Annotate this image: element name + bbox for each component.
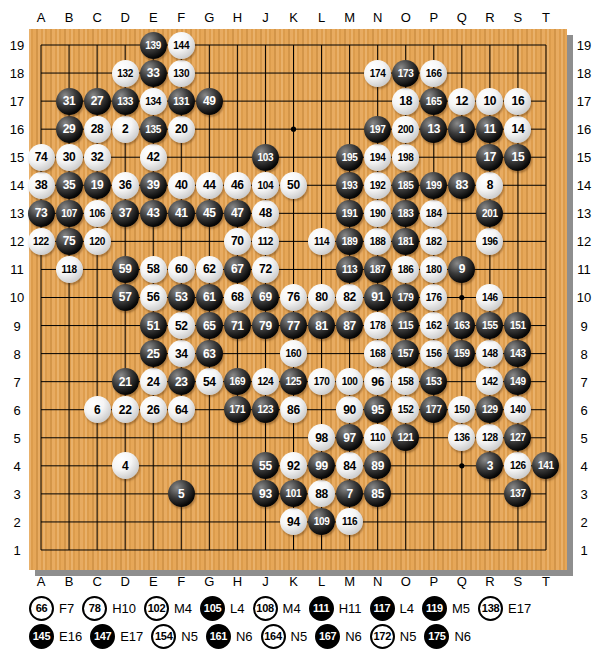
column-label-C: C <box>92 574 101 589</box>
column-label-O: O <box>401 10 411 25</box>
stone-black-13-P16: 13 <box>420 116 447 143</box>
column-label-T: T <box>542 574 550 589</box>
caption-point: E17 <box>508 601 531 616</box>
stone-black-201-R13: 201 <box>476 200 503 227</box>
stone-black-135-E16: 135 <box>140 116 167 143</box>
stone-black-37-D13: 37 <box>112 200 139 227</box>
caption-stone-white-78: 78 <box>82 596 107 621</box>
column-label-A: A <box>37 10 46 25</box>
caption-entry-154: 154N5 <box>151 624 198 649</box>
stone-white-16-S17: 16 <box>504 88 531 115</box>
stone-white-112-J12: 112 <box>252 228 279 255</box>
row-label-14: 14 <box>577 178 591 193</box>
stone-white-166-P18: 166 <box>420 60 447 87</box>
caption-stone-black-147: 147 <box>90 624 115 649</box>
stone-white-106-C13: 106 <box>84 200 111 227</box>
caption-row-1: 66F778H10102M4105L4108M4111H11117L4119M5… <box>29 594 581 622</box>
stone-white-192-N14: 192 <box>364 172 391 199</box>
column-label-P: P <box>429 574 438 589</box>
row-label-17: 17 <box>10 94 24 109</box>
stone-black-139-E19: 139 <box>140 32 167 59</box>
stone-black-1-Q16: 1 <box>448 116 475 143</box>
stone-black-47-H13: 47 <box>224 200 251 227</box>
stone-white-12-Q17: 12 <box>448 88 475 115</box>
column-label-N: N <box>373 10 382 25</box>
stone-black-123-J6: 123 <box>252 396 279 423</box>
row-label-10: 10 <box>577 290 591 305</box>
stone-white-46-H14: 46 <box>224 172 251 199</box>
stone-white-182-P12: 182 <box>420 228 447 255</box>
caption-entry-78: 78H10 <box>82 596 136 621</box>
caption-stone-white-108: 108 <box>253 596 278 621</box>
caption-point: M4 <box>283 601 301 616</box>
caption-entry-161: 161N6 <box>206 624 253 649</box>
caption-entry-167: 167N6 <box>315 624 362 649</box>
stone-black-77-K9: 77 <box>280 312 307 339</box>
stone-black-17-R15: 17 <box>476 144 503 171</box>
stone-white-22-D6: 22 <box>112 396 139 423</box>
row-label-19: 19 <box>10 38 24 53</box>
stone-white-2-D16: 2 <box>112 116 139 143</box>
caption-point: N6 <box>454 629 471 644</box>
caption-stone-black-145: 145 <box>29 624 54 649</box>
stone-white-122-A12: 122 <box>28 228 55 255</box>
stone-white-198-O15: 198 <box>392 144 419 171</box>
column-label-F: F <box>177 10 185 25</box>
stone-black-27-C17: 27 <box>84 88 111 115</box>
stone-black-59-D11: 59 <box>112 256 139 283</box>
stone-black-63-G8: 63 <box>196 340 223 367</box>
stone-black-75-B12: 75 <box>56 228 83 255</box>
row-label-8: 8 <box>13 346 20 361</box>
stone-black-199-P14: 199 <box>420 172 447 199</box>
stone-black-53-F10: 53 <box>168 284 195 311</box>
row-label-1: 1 <box>580 542 587 557</box>
stone-white-8-R14: 8 <box>476 172 503 199</box>
stone-white-70-H12: 70 <box>224 228 251 255</box>
stone-black-5-F3: 5 <box>168 480 195 507</box>
stone-white-130-F18: 130 <box>168 60 195 87</box>
stone-white-144-F19: 144 <box>168 32 195 59</box>
row-label-4: 4 <box>13 458 20 473</box>
row-label-19: 19 <box>577 38 591 53</box>
stone-black-107-B13: 107 <box>56 200 83 227</box>
row-label-15: 15 <box>577 150 591 165</box>
column-label-L: L <box>318 10 325 25</box>
stone-black-51-E9: 51 <box>140 312 167 339</box>
stone-white-190-N13: 190 <box>364 200 391 227</box>
caption-point: N5 <box>400 629 417 644</box>
stone-black-81-L9: 81 <box>308 312 335 339</box>
caption-point: N6 <box>345 629 362 644</box>
column-label-R: R <box>485 10 494 25</box>
column-label-J: J <box>262 10 269 25</box>
stone-black-49-G17: 49 <box>196 88 223 115</box>
stone-black-45-G13: 45 <box>196 200 223 227</box>
column-label-E: E <box>149 574 158 589</box>
row-label-13: 13 <box>10 206 24 221</box>
row-label-2: 2 <box>13 514 20 529</box>
caption-stone-black-111: 111 <box>309 596 334 621</box>
stone-white-132-D18: 132 <box>112 60 139 87</box>
stone-black-113-M11: 113 <box>336 256 363 283</box>
caption-stone-white-164: 164 <box>261 624 286 649</box>
row-label-9: 9 <box>13 318 20 333</box>
stone-white-114-L12: 114 <box>308 228 335 255</box>
column-label-C: C <box>92 10 101 25</box>
row-label-13: 13 <box>577 206 591 221</box>
stone-white-52-F9: 52 <box>168 312 195 339</box>
caption-stone-white-66: 66 <box>29 596 54 621</box>
column-label-H: H <box>233 10 242 25</box>
caption-stone-black-119: 119 <box>422 596 447 621</box>
stone-black-125-K7: 125 <box>280 368 307 395</box>
caption-entry-147: 147E17 <box>90 624 143 649</box>
star-point-K16 <box>291 127 296 132</box>
stone-black-71-H9: 71 <box>224 312 251 339</box>
stone-black-183-O13: 183 <box>392 200 419 227</box>
stone-white-170-L7: 170 <box>308 368 335 395</box>
caption-entry-105: 105L4 <box>200 596 244 621</box>
stone-black-39-E14: 39 <box>140 172 167 199</box>
stone-black-31-B17: 31 <box>56 88 83 115</box>
stone-black-171-H6: 171 <box>224 396 251 423</box>
row-label-5: 5 <box>580 430 587 445</box>
goban[interactable]: 1234567891011121314151617181920212223242… <box>29 29 567 570</box>
stone-white-14-S16: 14 <box>504 116 531 143</box>
row-label-1: 1 <box>13 542 20 557</box>
caption-entry-172: 172N5 <box>370 624 417 649</box>
stone-white-60-F11: 60 <box>168 256 195 283</box>
stone-white-10-R17: 10 <box>476 88 503 115</box>
row-label-7: 7 <box>580 374 587 389</box>
stone-white-24-E7: 24 <box>140 368 167 395</box>
row-label-3: 3 <box>13 486 20 501</box>
column-label-S: S <box>514 574 523 589</box>
row-label-6: 6 <box>580 402 587 417</box>
column-label-Q: Q <box>457 10 467 25</box>
column-label-T: T <box>542 10 550 25</box>
row-label-18: 18 <box>10 66 24 81</box>
caption-stone-white-172: 172 <box>370 624 395 649</box>
row-label-7: 7 <box>13 374 20 389</box>
stone-white-80-L10: 80 <box>308 284 335 311</box>
stone-white-42-E15: 42 <box>140 144 167 171</box>
caption-point: M4 <box>174 601 192 616</box>
stone-white-86-K6: 86 <box>280 396 307 423</box>
column-label-D: D <box>120 10 129 25</box>
column-label-B: B <box>65 574 74 589</box>
stone-white-178-N9: 178 <box>364 312 391 339</box>
stone-black-87-M9: 87 <box>336 312 363 339</box>
stone-white-20-F16: 20 <box>168 116 195 143</box>
stone-white-184-P13: 184 <box>420 200 447 227</box>
stone-white-134-E17: 134 <box>140 88 167 115</box>
column-label-N: N <box>373 574 382 589</box>
column-label-O: O <box>401 574 411 589</box>
row-label-4: 4 <box>580 458 587 473</box>
column-label-K: K <box>289 10 298 25</box>
stone-white-74-A15: 74 <box>28 144 55 171</box>
stone-black-43-E13: 43 <box>140 200 167 227</box>
column-label-P: P <box>429 10 438 25</box>
stone-white-50-K14: 50 <box>280 172 307 199</box>
column-label-G: G <box>204 574 214 589</box>
stone-white-36-D14: 36 <box>112 172 139 199</box>
stone-white-26-E6: 26 <box>140 396 167 423</box>
stone-black-195-M15: 195 <box>336 144 363 171</box>
go-kifu-diagram: ABCDEFGHJKLMNOPQRST ABCDEFGHJKLMNOPQRST … <box>0 0 600 663</box>
stone-white-180-P11: 180 <box>420 256 447 283</box>
stone-black-91-N10: 91 <box>364 284 391 311</box>
row-label-9: 9 <box>580 318 587 333</box>
row-label-10: 10 <box>10 290 24 305</box>
row-label-5: 5 <box>13 430 20 445</box>
column-label-R: R <box>485 574 494 589</box>
stone-white-194-N15: 194 <box>364 144 391 171</box>
stone-white-28-C16: 28 <box>84 116 111 143</box>
caption-entry-108: 108M4 <box>253 596 301 621</box>
column-label-E: E <box>149 10 158 25</box>
row-label-12: 12 <box>577 234 591 249</box>
column-label-L: L <box>318 574 325 589</box>
stone-white-32-C15: 32 <box>84 144 111 171</box>
stone-black-173-O18: 173 <box>392 60 419 87</box>
stone-black-181-O12: 181 <box>392 228 419 255</box>
stone-white-62-G11: 62 <box>196 256 223 283</box>
column-label-S: S <box>514 10 523 25</box>
column-label-M: M <box>344 10 355 25</box>
caption-stone-black-117: 117 <box>370 596 395 621</box>
stone-white-82-M10: 82 <box>336 284 363 311</box>
row-label-12: 12 <box>10 234 24 249</box>
caption-entry-164: 164N5 <box>261 624 308 649</box>
stone-black-33-E18: 33 <box>140 60 167 87</box>
stone-white-48-J13: 48 <box>252 200 279 227</box>
stone-black-35-B14: 35 <box>56 172 83 199</box>
row-label-3: 3 <box>580 486 587 501</box>
stone-black-179-O10: 179 <box>392 284 419 311</box>
row-label-6: 6 <box>13 402 20 417</box>
caption-entry-138: 138E17 <box>478 596 531 621</box>
stone-black-65-G9: 65 <box>196 312 223 339</box>
stone-black-41-F13: 41 <box>168 200 195 227</box>
caption-entry-175: 175N6 <box>424 624 471 649</box>
caption-point: N6 <box>236 629 253 644</box>
stone-black-189-M12: 189 <box>336 228 363 255</box>
stone-black-15-S15: 15 <box>504 144 531 171</box>
caption-stone-black-175: 175 <box>424 624 449 649</box>
stone-black-25-E8: 25 <box>140 340 167 367</box>
row-label-16: 16 <box>10 122 24 137</box>
stone-black-191-M13: 191 <box>336 200 363 227</box>
caption-stone-white-154: 154 <box>151 624 176 649</box>
stone-white-188-N12: 188 <box>364 228 391 255</box>
stone-white-58-E11: 58 <box>140 256 167 283</box>
stone-white-118-B11: 118 <box>56 256 83 283</box>
star-point-Q4 <box>459 463 464 468</box>
stone-white-76-K10: 76 <box>280 284 307 311</box>
row-label-18: 18 <box>577 66 591 81</box>
caption-stone-white-138: 138 <box>478 596 503 621</box>
caption-stone-black-167: 167 <box>315 624 340 649</box>
stone-white-174-N18: 174 <box>364 60 391 87</box>
caption-entry-111: 111H11 <box>309 596 362 621</box>
stone-white-64-F6: 64 <box>168 396 195 423</box>
caption-point: F7 <box>59 601 74 616</box>
caption-row-2: 145E16147E17154N5161N6164N5167N6172N5175… <box>29 622 581 650</box>
row-label-8: 8 <box>580 346 587 361</box>
caption-entry-117: 117L4 <box>370 596 414 621</box>
stone-black-131-F17: 131 <box>168 88 195 115</box>
stone-black-19-C14: 19 <box>84 172 111 199</box>
stone-black-185-O14: 185 <box>392 172 419 199</box>
stone-white-200-O16: 200 <box>392 116 419 143</box>
column-label-D: D <box>120 574 129 589</box>
stone-black-165-P17: 165 <box>420 88 447 115</box>
stone-black-67-H11: 67 <box>224 256 251 283</box>
column-label-A: A <box>37 574 46 589</box>
stone-white-160-K8: 160 <box>280 340 307 367</box>
stone-white-186-O11: 186 <box>392 256 419 283</box>
row-label-14: 14 <box>10 178 24 193</box>
stone-white-30-B15: 30 <box>56 144 83 171</box>
stone-white-68-H10: 68 <box>224 284 251 311</box>
caption-stone-black-105: 105 <box>200 596 225 621</box>
star-point-Q10 <box>459 295 464 300</box>
stone-white-104-J14: 104 <box>252 172 279 199</box>
caption-point: H11 <box>339 601 362 616</box>
stone-black-11-R16: 11 <box>476 116 503 143</box>
row-label-16: 16 <box>577 122 591 137</box>
row-label-11: 11 <box>10 262 24 277</box>
caption-point: N5 <box>181 629 198 644</box>
stone-white-40-F14: 40 <box>168 172 195 199</box>
caption-entry-102: 102M4 <box>144 596 192 621</box>
column-label-G: G <box>204 10 214 25</box>
caption-point: E17 <box>120 629 143 644</box>
stone-white-124-J7: 124 <box>252 368 279 395</box>
stone-white-34-F8: 34 <box>168 340 195 367</box>
stone-white-44-G14: 44 <box>196 172 223 199</box>
caption-point: N5 <box>291 629 308 644</box>
stone-black-83-Q14: 83 <box>448 172 475 199</box>
column-label-H: H <box>233 574 242 589</box>
stone-black-61-G10: 61 <box>196 284 223 311</box>
stone-white-56-E10: 56 <box>140 284 167 311</box>
stone-white-18-O17: 18 <box>392 88 419 115</box>
column-label-Q: Q <box>457 574 467 589</box>
stone-white-38-A14: 38 <box>28 172 55 199</box>
column-label-J: J <box>262 574 269 589</box>
caption-point: L4 <box>400 601 414 616</box>
caption-entry-145: 145E16 <box>29 624 82 649</box>
stone-black-57-D10: 57 <box>112 284 139 311</box>
stone-white-54-G7: 54 <box>196 368 223 395</box>
stone-black-197-N16: 197 <box>364 116 391 143</box>
column-label-F: F <box>177 574 185 589</box>
stone-black-21-D7: 21 <box>112 368 139 395</box>
caption-point: H10 <box>112 601 136 616</box>
column-label-B: B <box>65 10 74 25</box>
stone-white-72-J11: 72 <box>252 256 279 283</box>
column-label-M: M <box>344 574 355 589</box>
stone-white-4-D4: 4 <box>112 452 139 479</box>
row-label-2: 2 <box>580 514 587 529</box>
stone-black-79-J9: 79 <box>252 312 279 339</box>
stone-black-23-F7: 23 <box>168 368 195 395</box>
column-label-K: K <box>289 574 298 589</box>
stone-black-103-J15: 103 <box>252 144 279 171</box>
row-label-17: 17 <box>577 94 591 109</box>
stone-black-193-M14: 193 <box>336 172 363 199</box>
stone-black-187-N11: 187 <box>364 256 391 283</box>
caption-stone-black-161: 161 <box>206 624 231 649</box>
stone-black-69-J10: 69 <box>252 284 279 311</box>
row-label-15: 15 <box>10 150 24 165</box>
caption-point: E16 <box>59 629 82 644</box>
stone-black-29-B16: 29 <box>56 116 83 143</box>
stone-white-6-C6: 6 <box>84 396 111 423</box>
stone-black-133-D17: 133 <box>112 88 139 115</box>
stone-black-73-A13: 73 <box>28 200 55 227</box>
caption-entry-66: 66F7 <box>29 596 74 621</box>
stone-black-169-H7: 169 <box>224 368 251 395</box>
caption-point: M5 <box>452 601 470 616</box>
caption-stone-white-102: 102 <box>144 596 169 621</box>
row-label-11: 11 <box>577 262 591 277</box>
caption-entry-119: 119M5 <box>422 596 470 621</box>
capture-notes: 66F778H10102M4105L4108M4111H11117L4119M5… <box>29 594 581 650</box>
stone-white-120-C12: 120 <box>84 228 111 255</box>
caption-point: L4 <box>230 601 244 616</box>
